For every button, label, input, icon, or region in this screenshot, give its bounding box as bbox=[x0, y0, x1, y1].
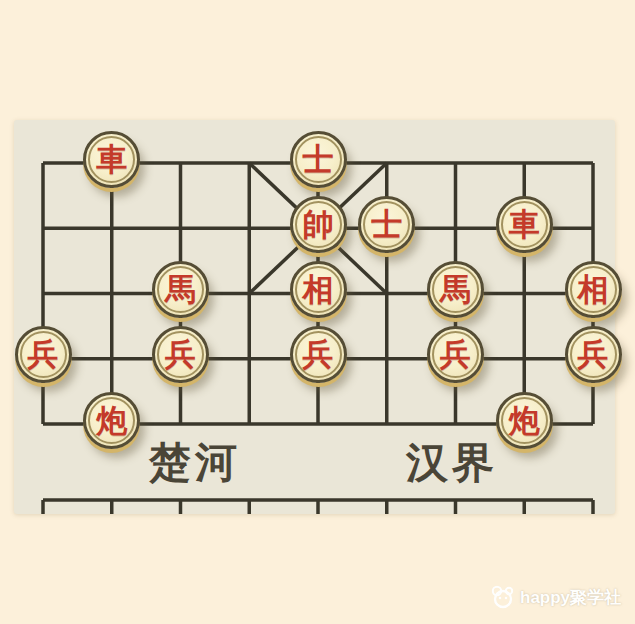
piece-general[interactable]: 帥 bbox=[290, 196, 347, 253]
piece-cannon[interactable]: 炮 bbox=[496, 392, 553, 449]
piece-soldier[interactable]: 兵 bbox=[290, 326, 347, 383]
panda-face-icon bbox=[490, 585, 516, 609]
piece-soldier[interactable]: 兵 bbox=[15, 326, 72, 383]
piece-soldier[interactable]: 兵 bbox=[565, 326, 622, 383]
piece-character: 相 bbox=[578, 274, 609, 305]
piece-character: 兵 bbox=[440, 339, 471, 370]
piece-character: 相 bbox=[303, 274, 334, 305]
piece-advisor[interactable]: 士 bbox=[290, 131, 347, 188]
piece-cannon[interactable]: 炮 bbox=[83, 392, 140, 449]
watermark-text: happy聚学社 bbox=[520, 589, 621, 606]
piece-character: 士 bbox=[371, 209, 402, 240]
piece-elephant[interactable]: 相 bbox=[565, 261, 622, 318]
piece-chariot[interactable]: 車 bbox=[83, 131, 140, 188]
xiangqi-board[interactable]: 楚河 汉界 車士帥士車馬相馬相兵兵兵兵兵炮炮 bbox=[14, 120, 615, 514]
piece-character: 兵 bbox=[303, 339, 334, 370]
piece-character: 馬 bbox=[165, 274, 196, 305]
piece-character: 炮 bbox=[509, 405, 540, 436]
piece-horse[interactable]: 馬 bbox=[152, 261, 209, 318]
piece-character: 車 bbox=[96, 144, 127, 175]
piece-character: 車 bbox=[509, 209, 540, 240]
piece-elephant[interactable]: 相 bbox=[290, 261, 347, 318]
river-label-han-jie: 汉界 bbox=[406, 442, 498, 484]
piece-character: 兵 bbox=[578, 339, 609, 370]
piece-character: 炮 bbox=[96, 405, 127, 436]
river-label-chu-he: 楚河 bbox=[149, 442, 241, 484]
piece-horse[interactable]: 馬 bbox=[427, 261, 484, 318]
piece-character: 兵 bbox=[165, 339, 196, 370]
piece-character: 帥 bbox=[303, 209, 334, 240]
piece-advisor[interactable]: 士 bbox=[358, 196, 415, 253]
watermark: happy聚学社 bbox=[490, 584, 621, 610]
piece-chariot[interactable]: 車 bbox=[496, 196, 553, 253]
piece-character: 士 bbox=[303, 144, 334, 175]
piece-soldier[interactable]: 兵 bbox=[152, 326, 209, 383]
piece-soldier[interactable]: 兵 bbox=[427, 326, 484, 383]
piece-character: 馬 bbox=[440, 274, 471, 305]
piece-character: 兵 bbox=[28, 339, 59, 370]
